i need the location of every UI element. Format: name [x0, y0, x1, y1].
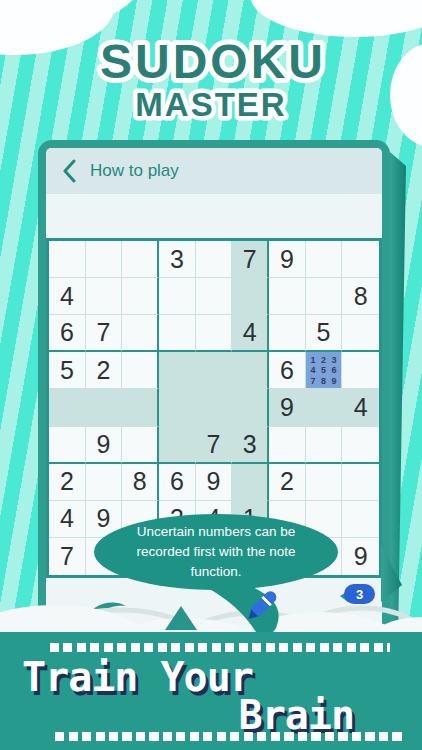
sudoku-cell[interactable]	[232, 352, 269, 389]
sudoku-cell[interactable]: 9	[86, 427, 123, 464]
sudoku-cell[interactable]	[342, 464, 379, 501]
sudoku-cell[interactable]	[86, 464, 123, 501]
dotted-divider-top	[50, 643, 390, 652]
sudoku-cell[interactable]	[269, 315, 306, 352]
sudoku-cell[interactable]	[196, 278, 233, 315]
sudoku-cell[interactable]: 3	[159, 241, 196, 278]
sudoku-cell[interactable]: 9	[269, 241, 306, 278]
sudoku-cell[interactable]: 7	[49, 538, 86, 575]
screen-header: How to play	[46, 148, 382, 194]
sudoku-cell[interactable]	[269, 278, 306, 315]
sudoku-cell[interactable]	[232, 389, 269, 426]
sudoku-cell[interactable]	[86, 278, 123, 315]
sudoku-cell[interactable]: 5	[306, 315, 343, 352]
promo-screenshot: SUDOKU MASTER How to play 37948674552612…	[0, 0, 422, 750]
sudoku-cell[interactable]: 4	[232, 315, 269, 352]
sudoku-cell[interactable]	[159, 427, 196, 464]
sudoku-cell[interactable]	[232, 464, 269, 501]
sudoku-cell[interactable]: 2	[269, 464, 306, 501]
sudoku-cell[interactable]	[196, 389, 233, 426]
sudoku-cell[interactable]: 2	[86, 352, 123, 389]
sudoku-cell[interactable]: 9	[269, 389, 306, 426]
sudoku-cell[interactable]	[86, 389, 123, 426]
sudoku-cell[interactable]	[159, 278, 196, 315]
sudoku-cell[interactable]	[196, 241, 233, 278]
sudoku-cell[interactable]: 123456789	[306, 352, 343, 389]
sudoku-cell[interactable]: 4	[49, 278, 86, 315]
tooltip-text: Uncertain numbers can be recorded first …	[112, 522, 320, 583]
dotted-divider-bottom	[55, 732, 402, 741]
tooltip-bubble: Uncertain numbers can be recorded first …	[94, 514, 338, 590]
sudoku-cell[interactable]: 7	[86, 315, 123, 352]
app-title-line2: MASTER	[135, 86, 286, 123]
sudoku-cell[interactable]	[306, 241, 343, 278]
sudoku-cell[interactable]: 7	[196, 427, 233, 464]
note-digit: 3	[329, 354, 340, 365]
app-title-line1: SUDOKU	[100, 35, 326, 88]
note-digit: 9	[329, 376, 340, 387]
sudoku-cell[interactable]: 6	[49, 315, 86, 352]
sudoku-cell[interactable]: 6	[269, 352, 306, 389]
note-digit: 7	[308, 376, 319, 387]
sudoku-cell[interactable]: 6	[159, 464, 196, 501]
bottom-banner: Train Your Brain	[0, 632, 422, 750]
sudoku-cell[interactable]: 9	[196, 464, 233, 501]
sudoku-cell[interactable]	[342, 427, 379, 464]
chevron-left-icon	[65, 161, 74, 181]
sudoku-cell[interactable]	[159, 315, 196, 352]
sudoku-cell[interactable]	[122, 427, 159, 464]
sudoku-cell[interactable]	[306, 464, 343, 501]
note-digit: 6	[329, 365, 340, 376]
sudoku-cell[interactable]	[306, 427, 343, 464]
sudoku-cell[interactable]	[49, 241, 86, 278]
sudoku-cell[interactable]: 2	[49, 464, 86, 501]
note-digit: 8	[318, 376, 329, 387]
sudoku-cell[interactable]	[269, 427, 306, 464]
note-digit: 1	[308, 354, 319, 365]
sudoku-cell[interactable]: 3	[232, 427, 269, 464]
note-digit: 4	[308, 365, 319, 376]
app-title: SUDOKU MASTER	[0, 0, 422, 130]
sudoku-cell[interactable]	[122, 315, 159, 352]
sudoku-cell[interactable]	[159, 389, 196, 426]
sudoku-cell[interactable]	[86, 241, 123, 278]
hint-count-badge: 3	[344, 584, 375, 604]
sudoku-cell[interactable]	[342, 352, 379, 389]
sudoku-cell[interactable]: 7	[232, 241, 269, 278]
sudoku-cell[interactable]: 8	[122, 464, 159, 501]
sudoku-cell[interactable]	[159, 352, 196, 389]
sudoku-cell[interactable]: 4	[49, 501, 86, 538]
sudoku-cell[interactable]	[306, 389, 343, 426]
sudoku-cell[interactable]	[306, 278, 343, 315]
sudoku-cell[interactable]	[122, 278, 159, 315]
sudoku-cell[interactable]	[122, 241, 159, 278]
sudoku-cell[interactable]	[49, 427, 86, 464]
sudoku-cell[interactable]: 5	[49, 352, 86, 389]
sudoku-cell[interactable]: 8	[342, 278, 379, 315]
sudoku-cell[interactable]	[196, 315, 233, 352]
sudoku-cell[interactable]	[342, 315, 379, 352]
note-digit: 5	[318, 365, 329, 376]
screen-title: How to play	[90, 161, 179, 181]
sudoku-cell[interactable]	[342, 501, 379, 538]
note-digit: 2	[318, 354, 329, 365]
banner-line1: Train Your	[22, 654, 253, 700]
sudoku-cell[interactable]	[49, 389, 86, 426]
sudoku-cell[interactable]	[122, 352, 159, 389]
sudoku-cell[interactable]	[342, 241, 379, 278]
pencil-notes: 123456789	[308, 354, 340, 386]
back-button[interactable]	[62, 159, 76, 183]
sudoku-cell[interactable]: 4	[342, 389, 379, 426]
sudoku-cell[interactable]	[232, 278, 269, 315]
sudoku-cell[interactable]	[196, 352, 233, 389]
sudoku-cell[interactable]	[122, 389, 159, 426]
sudoku-cell[interactable]: 9	[342, 538, 379, 575]
page-curl-decoration	[390, 152, 406, 640]
